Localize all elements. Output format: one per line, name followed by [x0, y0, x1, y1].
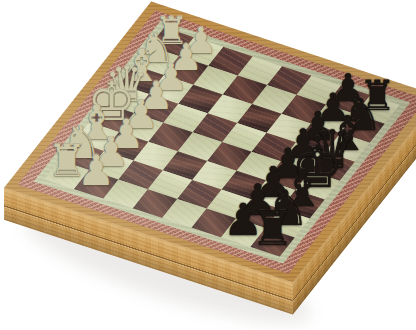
white-pawn-h2: ♟ [77, 151, 115, 193]
black-rook-h8: ♜ [251, 204, 294, 252]
chess-set-photo: ♜♞♝♛♚♝♞♜♟♟♟♟♟♟♟♟♟♟♟♟♟♟♟♟♜♞♝♛♚♝♞♜ [0, 0, 416, 330]
pieces-layer: ♜♞♝♛♚♝♞♜♟♟♟♟♟♟♟♟♟♟♟♟♟♟♟♟♜♞♝♛♚♝♞♜ [0, 0, 416, 330]
